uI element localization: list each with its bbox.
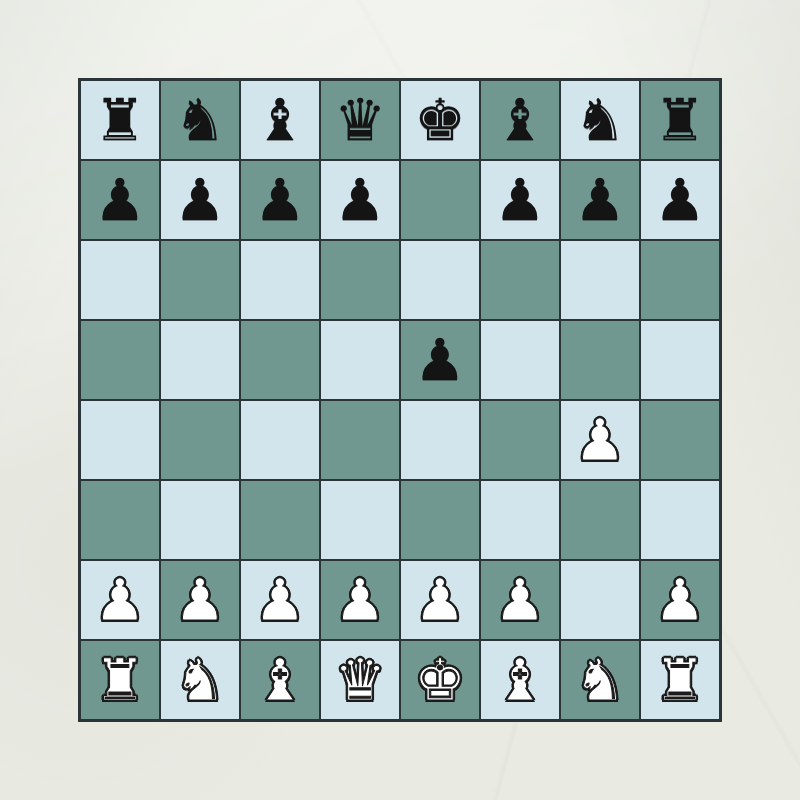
chess-board: ♜♞♝♛♚♝♞♜♟♟♟♟♟♟♟♟♟♟♟♟♟♟♟♟♜♞♝♛♚♝♞♜ [78, 78, 722, 722]
black-knight: ♞ [174, 81, 226, 159]
square-h4[interactable] [640, 400, 720, 480]
square-d6[interactable] [320, 240, 400, 320]
square-h2[interactable]: ♟ [640, 560, 720, 640]
black-rook: ♜ [94, 81, 146, 159]
square-d4[interactable] [320, 400, 400, 480]
paper-background: { "game": "chess", "position": { "fen": … [0, 0, 800, 800]
square-f7[interactable]: ♟ [480, 160, 560, 240]
black-knight: ♞ [574, 81, 626, 159]
square-a4[interactable] [80, 400, 160, 480]
square-d7[interactable]: ♟ [320, 160, 400, 240]
white-knight: ♞ [574, 641, 626, 719]
square-f5[interactable] [480, 320, 560, 400]
square-g1[interactable]: ♞ [560, 640, 640, 720]
square-e3[interactable] [400, 480, 480, 560]
square-g3[interactable] [560, 480, 640, 560]
square-h6[interactable] [640, 240, 720, 320]
square-d8[interactable]: ♛ [320, 80, 400, 160]
square-b7[interactable]: ♟ [160, 160, 240, 240]
white-pawn: ♟ [494, 561, 546, 639]
black-king: ♚ [414, 81, 466, 159]
square-c7[interactable]: ♟ [240, 160, 320, 240]
black-pawn: ♟ [574, 161, 626, 239]
square-f8[interactable]: ♝ [480, 80, 560, 160]
square-g2[interactable] [560, 560, 640, 640]
white-pawn: ♟ [654, 561, 706, 639]
square-h7[interactable]: ♟ [640, 160, 720, 240]
white-pawn: ♟ [94, 561, 146, 639]
black-pawn: ♟ [94, 161, 146, 239]
square-c5[interactable] [240, 320, 320, 400]
square-e6[interactable] [400, 240, 480, 320]
square-c2[interactable]: ♟ [240, 560, 320, 640]
square-c6[interactable] [240, 240, 320, 320]
square-f6[interactable] [480, 240, 560, 320]
square-e7[interactable] [400, 160, 480, 240]
square-c8[interactable]: ♝ [240, 80, 320, 160]
square-e4[interactable] [400, 400, 480, 480]
square-g8[interactable]: ♞ [560, 80, 640, 160]
white-pawn: ♟ [334, 561, 386, 639]
square-c1[interactable]: ♝ [240, 640, 320, 720]
square-a5[interactable] [80, 320, 160, 400]
black-bishop: ♝ [494, 81, 546, 159]
square-b1[interactable]: ♞ [160, 640, 240, 720]
black-pawn: ♟ [654, 161, 706, 239]
black-queen: ♛ [334, 81, 386, 159]
square-a2[interactable]: ♟ [80, 560, 160, 640]
square-b8[interactable]: ♞ [160, 80, 240, 160]
square-b6[interactable] [160, 240, 240, 320]
white-pawn: ♟ [254, 561, 306, 639]
square-g4[interactable]: ♟ [560, 400, 640, 480]
square-e8[interactable]: ♚ [400, 80, 480, 160]
white-rook: ♜ [654, 641, 706, 719]
square-b5[interactable] [160, 320, 240, 400]
square-f4[interactable] [480, 400, 560, 480]
white-queen: ♛ [334, 641, 386, 719]
white-pawn: ♟ [174, 561, 226, 639]
square-c3[interactable] [240, 480, 320, 560]
white-pawn: ♟ [574, 401, 626, 479]
black-bishop: ♝ [254, 81, 306, 159]
square-d1[interactable]: ♛ [320, 640, 400, 720]
square-g6[interactable] [560, 240, 640, 320]
square-a3[interactable] [80, 480, 160, 560]
square-f3[interactable] [480, 480, 560, 560]
square-g7[interactable]: ♟ [560, 160, 640, 240]
square-h3[interactable] [640, 480, 720, 560]
square-d5[interactable] [320, 320, 400, 400]
white-knight: ♞ [174, 641, 226, 719]
square-b3[interactable] [160, 480, 240, 560]
black-pawn: ♟ [414, 321, 466, 399]
black-rook: ♜ [654, 81, 706, 159]
square-d2[interactable]: ♟ [320, 560, 400, 640]
square-e2[interactable]: ♟ [400, 560, 480, 640]
white-pawn: ♟ [414, 561, 466, 639]
square-a6[interactable] [80, 240, 160, 320]
black-pawn: ♟ [254, 161, 306, 239]
white-bishop: ♝ [494, 641, 546, 719]
square-f2[interactable]: ♟ [480, 560, 560, 640]
white-rook: ♜ [94, 641, 146, 719]
square-f1[interactable]: ♝ [480, 640, 560, 720]
square-b4[interactable] [160, 400, 240, 480]
square-e5[interactable]: ♟ [400, 320, 480, 400]
square-a8[interactable]: ♜ [80, 80, 160, 160]
white-bishop: ♝ [254, 641, 306, 719]
square-a1[interactable]: ♜ [80, 640, 160, 720]
white-king: ♚ [414, 641, 466, 719]
square-h1[interactable]: ♜ [640, 640, 720, 720]
square-b2[interactable]: ♟ [160, 560, 240, 640]
black-pawn: ♟ [334, 161, 386, 239]
black-pawn: ♟ [494, 161, 546, 239]
square-h8[interactable]: ♜ [640, 80, 720, 160]
square-e1[interactable]: ♚ [400, 640, 480, 720]
black-pawn: ♟ [174, 161, 226, 239]
square-h5[interactable] [640, 320, 720, 400]
square-g5[interactable] [560, 320, 640, 400]
square-d3[interactable] [320, 480, 400, 560]
square-a7[interactable]: ♟ [80, 160, 160, 240]
square-c4[interactable] [240, 400, 320, 480]
